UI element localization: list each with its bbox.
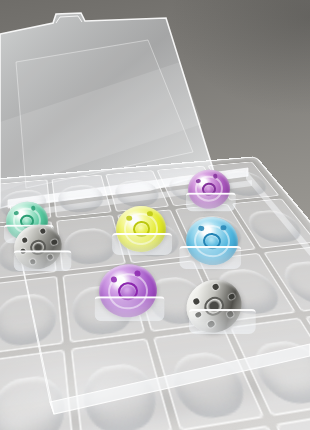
slot-front-wall-r2c1 bbox=[14, 250, 72, 271]
bobbin-yellow bbox=[114, 204, 167, 253]
photo-scene bbox=[0, 0, 310, 430]
bobbin-purple-hole-1 bbox=[110, 276, 117, 282]
bobbin-magenta bbox=[186, 167, 233, 211]
base-front-face bbox=[50, 344, 310, 414]
slot-front-wall-r1c4 bbox=[186, 192, 236, 211]
slot-front-wall-r3c3 bbox=[189, 309, 256, 334]
bobbin-purple bbox=[97, 262, 159, 320]
slot-front-wall-r3c2 bbox=[95, 296, 165, 321]
bobbin-blue bbox=[184, 214, 241, 267]
slot-front-wall-r2c4 bbox=[179, 246, 241, 269]
slot-front-wall-r1c3 bbox=[112, 233, 172, 255]
